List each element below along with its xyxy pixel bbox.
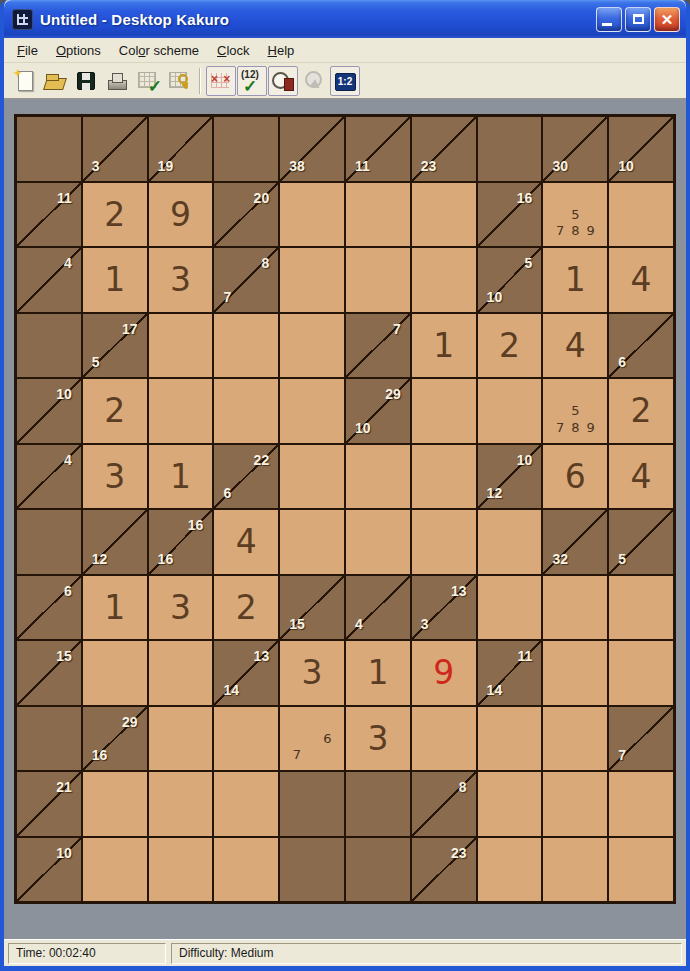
entry-cell-r11c2[interactable] xyxy=(83,772,147,836)
across-clue-r3c4: 8 xyxy=(261,255,269,271)
entry-cell-r3c9[interactable]: 1 xyxy=(543,248,607,312)
clock-gray-button xyxy=(299,66,329,96)
down-clue-r10c10: 7 xyxy=(618,747,626,763)
kakuro-board: 3193811233010112920165789413875101417571… xyxy=(14,114,676,904)
clue-cell-r8c5: 15 xyxy=(280,576,344,640)
entry-value-r4c7: 1 xyxy=(412,314,476,378)
entry-value-r8c3: 3 xyxy=(149,576,213,640)
save-button[interactable] xyxy=(71,66,101,96)
entry-cell-r2c7[interactable] xyxy=(412,183,476,247)
down-clue-r3c4: 7 xyxy=(223,289,231,305)
entry-value-r8c2: 1 xyxy=(83,576,147,640)
entry-value-r5c10: 2 xyxy=(609,379,673,443)
entry-cell-r10c4[interactable] xyxy=(214,707,278,771)
status-difficulty: Difficulty: Medium xyxy=(171,943,682,964)
clue-cell-r9c8: 1114 xyxy=(478,641,542,705)
entry-cell-r7c6[interactable] xyxy=(346,510,410,574)
entry-cell-r9c3[interactable] xyxy=(149,641,213,705)
toolbar: (12)1:2 xyxy=(4,63,686,99)
across-clue-r8c7: 13 xyxy=(451,583,467,599)
entry-cell-r6c6[interactable] xyxy=(346,445,410,509)
entry-cell-r8c10[interactable] xyxy=(609,576,673,640)
entry-value-r6c2: 3 xyxy=(83,445,147,509)
entry-cell-r10c6[interactable]: 3 xyxy=(346,707,410,771)
entry-cell-r3c2[interactable]: 1 xyxy=(83,248,147,312)
entry-cell-r9c2[interactable] xyxy=(83,641,147,705)
entry-cell-r5c9[interactable]: 5789 xyxy=(543,379,607,443)
entry-cell-r10c5[interactable]: 67 xyxy=(280,707,344,771)
entry-value-r2c2: 2 xyxy=(83,183,147,247)
entry-value-r4c9: 4 xyxy=(543,314,607,378)
minimize-button[interactable] xyxy=(596,7,622,32)
down-clue-r7c9: 32 xyxy=(552,551,568,567)
down-clue-r6c4: 6 xyxy=(223,485,231,501)
down-clue-r8c6: 4 xyxy=(355,616,363,632)
blank-cell-r7c1 xyxy=(17,510,81,574)
grid-key-button[interactable] xyxy=(164,66,194,96)
red-x-grid-button[interactable] xyxy=(206,66,236,96)
clue-cell-r1c5: 38 xyxy=(280,117,344,181)
across-clue-r5c6: 29 xyxy=(385,386,401,402)
down-clue-r1c2: 3 xyxy=(92,158,100,174)
clue-cell-r7c9: 32 xyxy=(543,510,607,574)
close-icon: ✕ xyxy=(661,12,674,27)
entry-cell-r12c3[interactable] xyxy=(149,838,213,902)
blank-cell-r4c1 xyxy=(17,314,81,378)
down-clue-r1c10: 10 xyxy=(618,158,634,174)
entry-cell-r2c5[interactable] xyxy=(280,183,344,247)
entry-value-r4c8: 2 xyxy=(478,314,542,378)
minimize-icon xyxy=(602,23,612,26)
clue-cell-r6c4: 226 xyxy=(214,445,278,509)
entry-cell-r2c2[interactable]: 2 xyxy=(83,183,147,247)
down-clue-r1c9: 30 xyxy=(552,158,568,174)
entry-cell-r3c10[interactable]: 4 xyxy=(609,248,673,312)
print-icon xyxy=(106,70,128,92)
entry-cell-r2c6[interactable] xyxy=(346,183,410,247)
blank-cell-r10c1 xyxy=(17,707,81,771)
clue-cell-r10c2: 2916 xyxy=(83,707,147,771)
clue-cell-r1c6: 11 xyxy=(346,117,410,181)
entry-cell-r8c3[interactable]: 3 xyxy=(149,576,213,640)
new-button[interactable] xyxy=(9,66,39,96)
entry-cell-r3c6[interactable] xyxy=(346,248,410,312)
entry-cell-r12c2[interactable] xyxy=(83,838,147,902)
entry-cell-r5c8[interactable] xyxy=(478,379,542,443)
clock-red-icon xyxy=(272,70,294,92)
across-clue-r6c1: 4 xyxy=(64,452,72,468)
across-clue-r2c8: 16 xyxy=(517,190,533,206)
entry-value-r10c6: 3 xyxy=(346,707,410,771)
entry-cell-r5c2[interactable]: 2 xyxy=(83,379,147,443)
across-clue-r10c2: 29 xyxy=(122,714,138,730)
open-button[interactable] xyxy=(40,66,70,96)
entry-cell-r10c3[interactable] xyxy=(149,707,213,771)
clue-cell-r1c9: 30 xyxy=(543,117,607,181)
entry-value-r5c2: 2 xyxy=(83,379,147,443)
clue-cell-r10c10: 7 xyxy=(609,707,673,771)
clue-cell-r11c1: 21 xyxy=(17,772,81,836)
entry-cell-r6c10[interactable]: 4 xyxy=(609,445,673,509)
entry-value-r3c9: 1 xyxy=(543,248,607,312)
entry-value-r6c9: 6 xyxy=(543,445,607,509)
clock-red-button[interactable] xyxy=(268,66,298,96)
app-icon xyxy=(12,9,33,30)
entry-cell-r7c4[interactable]: 4 xyxy=(214,510,278,574)
close-button[interactable]: ✕ xyxy=(654,7,680,32)
menu-color-scheme[interactable]: Color scheme xyxy=(110,40,208,61)
across-clue-r7c3: 16 xyxy=(188,517,204,533)
clue-cell-r4c10: 6 xyxy=(609,314,673,378)
save-icon xyxy=(75,70,97,92)
entry-cell-r5c3[interactable] xyxy=(149,379,213,443)
entry-cell-r6c2[interactable]: 3 xyxy=(83,445,147,509)
window-title: Untitled - Desktop Kakuro xyxy=(40,11,596,28)
open-icon xyxy=(44,70,66,92)
entry-cell-r8c9[interactable] xyxy=(543,576,607,640)
ratio-1-2-button[interactable]: 1:2 xyxy=(330,66,360,96)
menu-help[interactable]: Help xyxy=(259,40,304,61)
entry-value-r8c4: 2 xyxy=(214,576,278,640)
entry-cell-r9c5[interactable]: 3 xyxy=(280,641,344,705)
blank-cell-r12c5 xyxy=(280,838,344,902)
entry-value-r3c10: 4 xyxy=(609,248,673,312)
blank-cell-r1c1 xyxy=(17,117,81,181)
entry-value-r9c5: 3 xyxy=(280,641,344,705)
clue-cell-r6c8: 1012 xyxy=(478,445,542,509)
grid-check-icon xyxy=(137,70,159,92)
down-clue-r9c8: 14 xyxy=(487,682,503,698)
across-clue-r4c2: 17 xyxy=(122,321,138,337)
entry-cell-r8c4[interactable]: 2 xyxy=(214,576,278,640)
down-clue-r1c7: 23 xyxy=(421,158,437,174)
down-clue-r4c2: 5 xyxy=(92,354,100,370)
entry-cell-r11c4[interactable] xyxy=(214,772,278,836)
board-area: 3193811233010112920165789413875101417571… xyxy=(4,99,686,939)
clue-cell-r5c1: 10 xyxy=(17,379,81,443)
blank-cell-r1c4 xyxy=(214,117,278,181)
window-controls: ✕ xyxy=(596,7,680,32)
entry-cell-r7c5[interactable] xyxy=(280,510,344,574)
entry-cell-r2c9[interactable]: 5789 xyxy=(543,183,607,247)
entry-cell-r3c5[interactable] xyxy=(280,248,344,312)
clue-cell-r12c1: 10 xyxy=(17,838,81,902)
entry-value-r2c3: 9 xyxy=(149,183,213,247)
across-clue-r9c8: 11 xyxy=(518,648,533,664)
down-clue-r8c5: 15 xyxy=(289,616,305,632)
across-clue-r2c1: 11 xyxy=(57,190,72,206)
menu-file[interactable]: File xyxy=(8,40,47,61)
entry-cell-r5c5[interactable] xyxy=(280,379,344,443)
entry-cell-r4c5[interactable] xyxy=(280,314,344,378)
clue-cell-r8c1: 6 xyxy=(17,576,81,640)
clock-gray-icon xyxy=(303,70,325,92)
entry-value-r6c3: 1 xyxy=(149,445,213,509)
down-clue-r7c2: 12 xyxy=(92,551,108,567)
print-button[interactable] xyxy=(102,66,132,96)
entry-cell-r7c8[interactable] xyxy=(478,510,542,574)
clue-cell-r2c8: 16 xyxy=(478,183,542,247)
clue-cell-r12c7: 23 xyxy=(412,838,476,902)
blank-cell-r11c5 xyxy=(280,772,344,836)
across-clue-r5c1: 10 xyxy=(56,386,72,402)
entry-cell-r11c10[interactable] xyxy=(609,772,673,836)
clue-cell-r1c10: 10 xyxy=(609,117,673,181)
grid-key-icon xyxy=(168,70,190,92)
blank-cell-r1c8 xyxy=(478,117,542,181)
count-check-button[interactable]: (12) xyxy=(237,66,267,96)
entry-cell-r4c4[interactable] xyxy=(214,314,278,378)
across-clue-r12c1: 10 xyxy=(56,845,72,861)
grid-check-button[interactable] xyxy=(133,66,163,96)
entry-cell-r10c7[interactable] xyxy=(412,707,476,771)
entry-cell-r8c8[interactable] xyxy=(478,576,542,640)
entry-value-r7c4: 4 xyxy=(214,510,278,574)
entry-cell-r5c10[interactable]: 2 xyxy=(609,379,673,443)
across-clue-r2c4: 20 xyxy=(254,190,270,206)
clue-cell-r7c3: 1616 xyxy=(149,510,213,574)
across-clue-r9c1: 15 xyxy=(56,648,72,664)
menu-bar: FileOptionsColor schemeClockHelp xyxy=(4,38,686,63)
count-check-label: (12) xyxy=(241,69,259,80)
entry-cell-r2c3[interactable]: 9 xyxy=(149,183,213,247)
across-clue-r4c6: 7 xyxy=(393,321,401,337)
blank-cell-r11c6 xyxy=(346,772,410,836)
new-icon xyxy=(13,70,35,92)
entry-value-r9c7: 9 xyxy=(412,641,476,705)
clue-cell-r4c6: 7 xyxy=(346,314,410,378)
across-clue-r12c7: 23 xyxy=(451,845,467,861)
clue-cell-r5c6: 2910 xyxy=(346,379,410,443)
clue-cell-r1c7: 23 xyxy=(412,117,476,181)
entry-cell-r6c5[interactable] xyxy=(280,445,344,509)
menu-clock[interactable]: Clock xyxy=(208,40,259,61)
clue-cell-r3c4: 87 xyxy=(214,248,278,312)
menu-options[interactable]: Options xyxy=(47,40,110,61)
clue-cell-r6c1: 4 xyxy=(17,445,81,509)
candidate-marks-r10c5: 67 xyxy=(289,714,335,764)
entry-cell-r12c10[interactable] xyxy=(609,838,673,902)
candidate-marks-r2c9: 5789 xyxy=(552,190,598,240)
entry-cell-r7c7[interactable] xyxy=(412,510,476,574)
entry-cell-r8c2[interactable]: 1 xyxy=(83,576,147,640)
entry-cell-r9c10[interactable] xyxy=(609,641,673,705)
across-clue-r11c7: 8 xyxy=(459,779,467,795)
entry-cell-r4c9[interactable]: 4 xyxy=(543,314,607,378)
entry-cell-r6c9[interactable]: 6 xyxy=(543,445,607,509)
down-clue-r5c6: 10 xyxy=(355,420,371,436)
across-clue-r3c1: 4 xyxy=(64,255,72,271)
down-clue-r3c8: 10 xyxy=(487,289,503,305)
clue-cell-r9c1: 15 xyxy=(17,641,81,705)
entry-cell-r10c8[interactable] xyxy=(478,707,542,771)
entry-cell-r4c7[interactable]: 1 xyxy=(412,314,476,378)
clue-cell-r1c3: 19 xyxy=(149,117,213,181)
clue-cell-r7c2: 12 xyxy=(83,510,147,574)
entry-cell-r12c4[interactable] xyxy=(214,838,278,902)
clue-cell-r2c4: 20 xyxy=(214,183,278,247)
clue-cell-r3c8: 510 xyxy=(478,248,542,312)
entry-cell-r11c9[interactable] xyxy=(543,772,607,836)
entry-value-r6c10: 4 xyxy=(609,445,673,509)
entry-cell-r9c7[interactable]: 9 xyxy=(412,641,476,705)
down-clue-r1c3: 19 xyxy=(158,158,174,174)
entry-value-r3c2: 1 xyxy=(83,248,147,312)
clue-cell-r3c1: 4 xyxy=(17,248,81,312)
entry-cell-r6c3[interactable]: 1 xyxy=(149,445,213,509)
entry-cell-r12c9[interactable] xyxy=(543,838,607,902)
title-bar: Untitled - Desktop Kakuro ✕ xyxy=(4,0,686,38)
clue-cell-r8c7: 133 xyxy=(412,576,476,640)
entry-cell-r11c3[interactable] xyxy=(149,772,213,836)
clue-cell-r7c10: 5 xyxy=(609,510,673,574)
down-clue-r7c3: 16 xyxy=(158,551,174,567)
blank-cell-r12c6 xyxy=(346,838,410,902)
status-bar: Time: 00:02:40 Difficulty: Medium xyxy=(4,939,686,966)
entry-cell-r6c7[interactable] xyxy=(412,445,476,509)
entry-value-r3c3: 3 xyxy=(149,248,213,312)
entry-cell-r5c4[interactable] xyxy=(214,379,278,443)
candidate-marks-r5c9: 5789 xyxy=(552,386,598,436)
ratio-1-2-icon: 1:2 xyxy=(335,73,356,91)
clue-cell-r8c6: 4 xyxy=(346,576,410,640)
across-clue-r9c4: 13 xyxy=(254,648,270,664)
clue-cell-r4c2: 175 xyxy=(83,314,147,378)
toolbar-separator xyxy=(199,68,201,94)
entry-cell-r10c9[interactable] xyxy=(543,707,607,771)
across-clue-r11c1: 21 xyxy=(56,779,72,795)
entry-value-r9c6: 1 xyxy=(346,641,410,705)
down-clue-r6c8: 12 xyxy=(487,485,503,501)
entry-cell-r12c8[interactable] xyxy=(478,838,542,902)
entry-cell-r2c10[interactable] xyxy=(609,183,673,247)
entry-cell-r11c8[interactable] xyxy=(478,772,542,836)
entry-cell-r4c3[interactable] xyxy=(149,314,213,378)
clue-cell-r11c7: 8 xyxy=(412,772,476,836)
clue-cell-r1c2: 3 xyxy=(83,117,147,181)
entry-cell-r9c6[interactable]: 1 xyxy=(346,641,410,705)
down-clue-r7c10: 5 xyxy=(618,551,626,567)
clue-cell-r9c4: 1314 xyxy=(214,641,278,705)
entry-cell-r9c9[interactable] xyxy=(543,641,607,705)
down-clue-r10c2: 16 xyxy=(92,747,108,763)
down-clue-r9c4: 14 xyxy=(223,682,239,698)
entry-cell-r3c7[interactable] xyxy=(412,248,476,312)
entry-cell-r5c7[interactable] xyxy=(412,379,476,443)
status-time: Time: 00:02:40 xyxy=(8,943,166,964)
app-window: Untitled - Desktop Kakuro ✕ FileOptionsC… xyxy=(0,0,690,971)
clue-cell-r2c1: 11 xyxy=(17,183,81,247)
entry-cell-r3c3[interactable]: 3 xyxy=(149,248,213,312)
maximize-button[interactable] xyxy=(625,7,651,32)
across-clue-r3c8: 5 xyxy=(525,255,533,271)
across-clue-r6c8: 10 xyxy=(517,452,533,468)
red-x-grid-icon xyxy=(210,70,232,92)
down-clue-r8c7: 3 xyxy=(421,616,429,632)
across-clue-r8c1: 6 xyxy=(64,583,72,599)
down-clue-r1c5: 38 xyxy=(289,158,305,174)
maximize-icon xyxy=(633,14,644,24)
across-clue-r6c4: 22 xyxy=(254,452,270,468)
entry-cell-r4c8[interactable]: 2 xyxy=(478,314,542,378)
down-clue-r1c6: 11 xyxy=(355,158,370,174)
down-clue-r4c10: 6 xyxy=(618,354,626,370)
